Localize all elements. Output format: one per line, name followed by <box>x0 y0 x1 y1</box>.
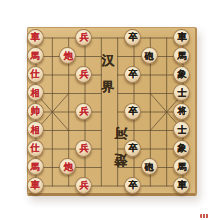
piece-red-soldier[interactable]: 兵 <box>75 103 92 120</box>
piece-red-soldier[interactable]: 兵 <box>75 140 92 157</box>
piece-red-elephant[interactable]: 相 <box>27 84 44 101</box>
piece-character: 仕 <box>30 143 39 152</box>
piece-red-horse[interactable]: 馬 <box>27 47 44 64</box>
piece-character: 車 <box>177 32 186 41</box>
piece-red-chariot[interactable]: 車 <box>27 29 44 46</box>
piece-character: 卒 <box>128 143 137 152</box>
piece-character: 馬 <box>177 51 186 60</box>
scene: 汉 界 河 楚 車馬仕相帅相仕馬車炮炮兵兵兵兵兵卒卒卒卒卒砲砲車馬象士将士象馬車 <box>0 0 220 220</box>
piece-black-chariot[interactable]: 車 <box>173 177 190 194</box>
piece-black-general[interactable]: 将 <box>173 103 190 120</box>
piece-character: 帅 <box>30 106 39 115</box>
piece-character: 炮 <box>63 162 72 171</box>
piece-character: 卒 <box>128 106 137 115</box>
piece-character: 兵 <box>79 106 88 115</box>
river-label-jie: 界 <box>102 80 115 93</box>
piece-character: 相 <box>30 125 39 134</box>
piece-character: 兵 <box>79 32 88 41</box>
piece-character: 卒 <box>128 32 137 41</box>
river-label-he: 河 <box>115 127 128 140</box>
piece-character: 馬 <box>177 162 186 171</box>
brand-mark <box>200 214 209 218</box>
piece-character: 兵 <box>79 143 88 152</box>
river-label-chu: 楚 <box>115 154 128 167</box>
piece-character: 車 <box>177 180 186 189</box>
piece-character: 将 <box>177 106 186 115</box>
piece-red-horse[interactable]: 馬 <box>27 158 44 175</box>
piece-red-soldier[interactable]: 兵 <box>75 66 92 83</box>
piece-black-chariot[interactable]: 車 <box>173 29 190 46</box>
river-label-han: 汉 <box>102 54 115 67</box>
piece-character: 兵 <box>79 180 88 189</box>
piece-character: 炮 <box>63 51 72 60</box>
piece-red-advisor[interactable]: 仕 <box>27 66 44 83</box>
piece-character: 砲 <box>145 51 154 60</box>
piece-character: 相 <box>30 88 39 97</box>
piece-red-advisor[interactable]: 仕 <box>27 140 44 157</box>
piece-character: 砲 <box>145 162 154 171</box>
piece-character: 兵 <box>79 69 88 78</box>
piece-character: 士 <box>177 125 186 134</box>
piece-character: 車 <box>30 32 39 41</box>
piece-character: 象 <box>177 69 186 78</box>
piece-character: 卒 <box>128 180 137 189</box>
piece-character: 仕 <box>30 69 39 78</box>
piece-black-soldier[interactable]: 卒 <box>124 103 141 120</box>
piece-red-soldier[interactable]: 兵 <box>75 177 92 194</box>
piece-red-general[interactable]: 帅 <box>27 103 44 120</box>
piece-black-cannon[interactable]: 砲 <box>141 158 158 175</box>
piece-black-soldier[interactable]: 卒 <box>124 177 141 194</box>
piece-character: 車 <box>30 180 39 189</box>
piece-red-elephant[interactable]: 相 <box>27 121 44 138</box>
piece-black-soldier[interactable]: 卒 <box>124 66 141 83</box>
piece-character: 象 <box>177 143 186 152</box>
piece-black-soldier[interactable]: 卒 <box>124 140 141 157</box>
piece-red-soldier[interactable]: 兵 <box>75 29 92 46</box>
piece-black-elephant[interactable]: 象 <box>173 66 190 83</box>
piece-character: 馬 <box>30 51 39 60</box>
piece-black-cannon[interactable]: 砲 <box>141 47 158 64</box>
piece-red-chariot[interactable]: 車 <box>27 177 44 194</box>
piece-character: 馬 <box>30 162 39 171</box>
piece-character: 卒 <box>128 69 137 78</box>
piece-character: 士 <box>177 88 186 97</box>
piece-black-soldier[interactable]: 卒 <box>124 29 141 46</box>
piece-black-elephant[interactable]: 象 <box>173 140 190 157</box>
